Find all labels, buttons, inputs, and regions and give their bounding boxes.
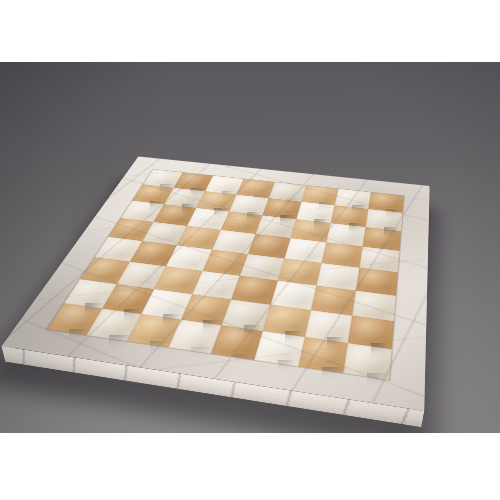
square-h8 <box>47 303 103 335</box>
square-e7 <box>181 294 231 325</box>
square-g8 <box>86 308 141 341</box>
scene: ♜♞♝♛♚♝♞♜♟♟♟♟♟♟♟♟♟♟♟♟♟♟♟♟♜♞♝♛♚♝♞♜ <box>0 62 500 433</box>
square-c7 <box>263 304 311 336</box>
square-a7 <box>348 315 394 349</box>
square-h7 <box>64 279 117 308</box>
square-f7 <box>141 289 192 319</box>
square-d8 <box>211 325 263 360</box>
square-c8 <box>254 331 305 366</box>
photo-frame: ♜♞♝♛♚♝♞♜♟♟♟♟♟♟♟♟♟♟♟♟♟♟♟♟♜♞♝♛♚♝♞♜ <box>0 0 500 500</box>
chess-board: ♜♞♝♛♚♝♞♜♟♟♟♟♟♟♟♟♟♟♟♟♟♟♟♟♜♞♝♛♚♝♞♜ <box>2 156 430 410</box>
square-g6 <box>117 261 166 288</box>
square-c6 <box>271 280 317 309</box>
square-d4 <box>248 233 291 258</box>
board-squares <box>47 169 404 379</box>
square-a5 <box>356 267 398 295</box>
square-g7 <box>102 284 154 314</box>
square-f6 <box>154 266 202 294</box>
square-b8 <box>298 336 348 372</box>
square-a6 <box>352 290 396 321</box>
square-e8 <box>169 319 222 353</box>
square-a8 <box>343 342 391 379</box>
square-e5 <box>203 249 248 275</box>
square-b6 <box>311 285 356 315</box>
square-d7 <box>221 299 270 331</box>
square-c4 <box>284 238 326 263</box>
square-b4 <box>322 242 363 267</box>
square-c5 <box>278 258 322 285</box>
photo-area: ♜♞♝♛♚♝♞♜♟♟♟♟♟♟♟♟♟♟♟♟♟♟♟♟♜♞♝♛♚♝♞♜ <box>0 62 500 433</box>
square-a4 <box>359 246 399 272</box>
square-d6 <box>231 275 278 304</box>
square-h6 <box>80 257 130 284</box>
letterbox-bottom <box>0 433 500 500</box>
square-h5 <box>95 236 143 261</box>
square-e6 <box>192 270 240 298</box>
square-b5 <box>317 263 360 291</box>
square-b7 <box>305 310 352 343</box>
letterbox-top <box>0 0 500 62</box>
square-d5 <box>240 254 285 281</box>
square-f8 <box>127 313 181 346</box>
